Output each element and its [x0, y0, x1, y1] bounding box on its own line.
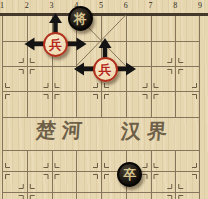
board-cell: [52, 66, 77, 91]
board-cell: [2, 150, 27, 171]
board-cell: [52, 171, 77, 192]
board-cell: [175, 171, 200, 192]
file-label: 7: [149, 1, 153, 10]
piece-black-soldier[interactable]: 卒: [117, 162, 142, 187]
board-cell: [27, 192, 52, 199]
river-text-left: 楚河: [35, 117, 89, 143]
board-cell: [2, 91, 27, 117]
board-cell: [52, 91, 77, 117]
board-cell: [2, 66, 27, 91]
board-cell: [126, 16, 151, 41]
board-cell: [52, 150, 77, 171]
board-cell: [175, 16, 200, 41]
board-cell: [27, 171, 52, 192]
board-cell: [175, 66, 200, 91]
xiangqi-board: 123456789 楚河 汉界 将兵兵卒: [0, 0, 208, 199]
board-cell: [151, 41, 176, 66]
board-cell: [175, 192, 200, 199]
file-label: 6: [124, 1, 128, 10]
board-cell: [151, 16, 176, 41]
board-cell: [52, 192, 77, 199]
board-cell: [101, 91, 126, 117]
board-cell: [175, 41, 200, 66]
file-label: 1: [0, 1, 4, 10]
piece-character: 卒: [123, 168, 136, 181]
board-cell: [151, 192, 176, 199]
piece-character: 兵: [99, 63, 112, 76]
file-label: 8: [173, 1, 177, 10]
file-labels-row: 123456789: [0, 0, 208, 12]
piece-red-soldier[interactable]: 兵: [43, 32, 68, 57]
board-cell: [76, 150, 101, 171]
board-cell: [27, 150, 52, 171]
board-cell: [126, 192, 151, 199]
board-cell: [2, 41, 27, 66]
board-cell: [76, 192, 101, 199]
piece-character: 兵: [49, 38, 62, 51]
file-label: 2: [25, 1, 29, 10]
board-cell: [126, 66, 151, 91]
board-cell: [76, 171, 101, 192]
board-cell: [175, 150, 200, 171]
board-cell: [126, 41, 151, 66]
board-cell: [2, 171, 27, 192]
board-cell: [151, 66, 176, 91]
board-cell: [76, 91, 101, 117]
board-cell: [2, 16, 27, 41]
board-cell: [175, 117, 200, 150]
board-cell: [27, 66, 52, 91]
file-label: 9: [198, 1, 202, 10]
piece-black-general[interactable]: 将: [68, 6, 93, 31]
board-grid[interactable]: [2, 16, 200, 199]
file-label: 3: [50, 1, 54, 10]
board-cell: [2, 192, 27, 199]
board-cell: [175, 91, 200, 117]
board-cell: [126, 91, 151, 117]
file-label: 5: [99, 1, 103, 10]
board-cell: [151, 150, 176, 171]
river-text-right: 汉界: [120, 118, 174, 144]
board-cell: [151, 171, 176, 192]
piece-red-soldier[interactable]: 兵: [93, 57, 118, 82]
board-cell: [151, 91, 176, 117]
board-cell: [2, 117, 27, 150]
board-cell: [101, 16, 126, 41]
board-cell: [101, 192, 126, 199]
piece-character: 将: [74, 12, 87, 25]
board-cell: [27, 91, 52, 117]
